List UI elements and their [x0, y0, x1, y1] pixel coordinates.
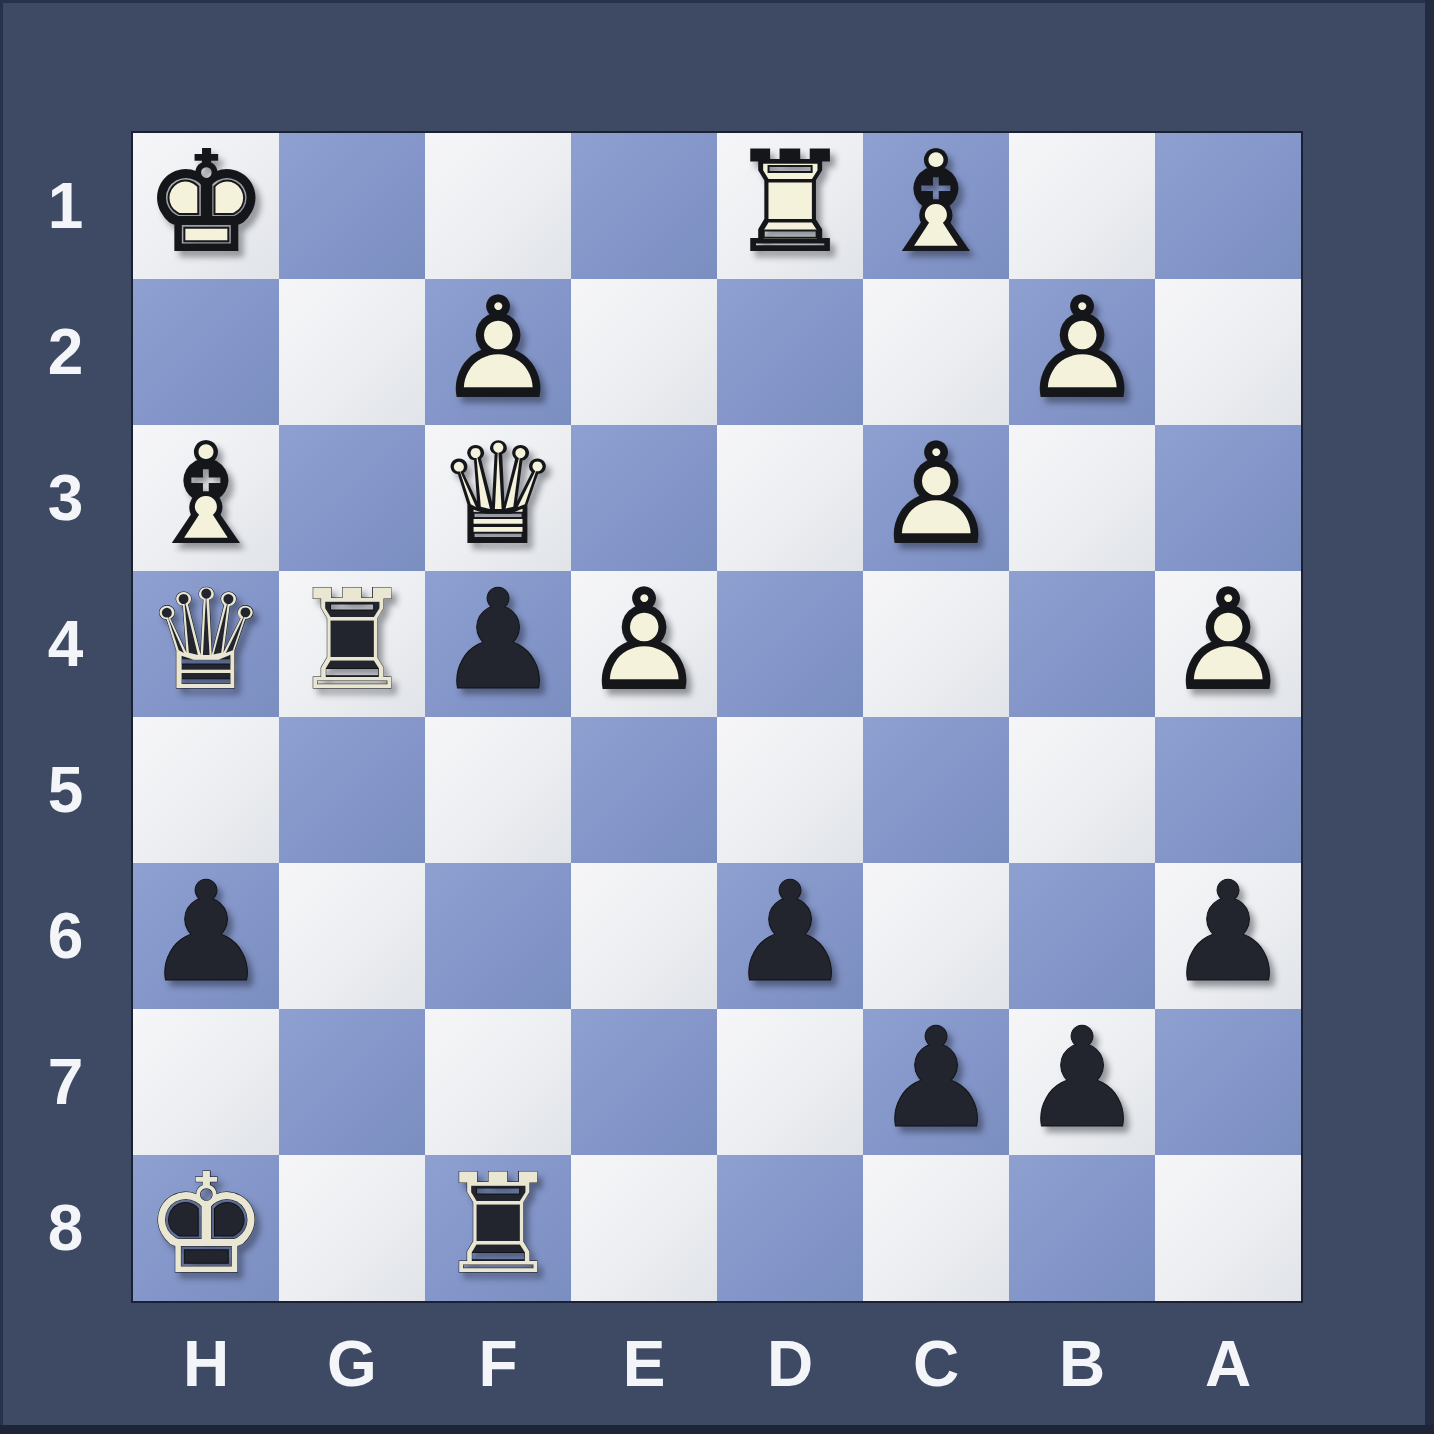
square-b6[interactable]: [1009, 863, 1155, 1009]
square-f8[interactable]: ♜♖: [425, 1155, 571, 1301]
square-d6[interactable]: ♟: [717, 863, 863, 1009]
square-e4[interactable]: ♟♙: [571, 571, 717, 717]
black-queen: ♛♕: [133, 571, 279, 717]
square-c4[interactable]: [863, 571, 1009, 717]
square-e8[interactable]: [571, 1155, 717, 1301]
frame-border-bottom: [0, 1425, 1434, 1434]
black-rook: ♜♖: [425, 1155, 571, 1301]
square-c8[interactable]: [863, 1155, 1009, 1301]
square-b8[interactable]: [1009, 1155, 1155, 1301]
square-c1[interactable]: ♝♗: [863, 133, 1009, 279]
square-e3[interactable]: [571, 425, 717, 571]
rank-label-8: 8: [0, 1155, 131, 1301]
rank-label-2: 2: [0, 279, 131, 425]
square-g8[interactable]: [279, 1155, 425, 1301]
square-f7[interactable]: [425, 1009, 571, 1155]
white-rook: ♜♖: [717, 133, 863, 279]
square-a1[interactable]: [1155, 133, 1301, 279]
square-d2[interactable]: [717, 279, 863, 425]
square-h7[interactable]: [133, 1009, 279, 1155]
square-c7[interactable]: ♟: [863, 1009, 1009, 1155]
rank-label-3: 3: [0, 425, 131, 571]
square-h2[interactable]: [133, 279, 279, 425]
white-pawn: ♟♙: [571, 571, 717, 717]
file-label-E: E: [571, 1303, 717, 1425]
file-label-H: H: [133, 1303, 279, 1425]
white-pawn: ♟♙: [425, 279, 571, 425]
square-f3[interactable]: ♛♕: [425, 425, 571, 571]
rank-label-4: 4: [0, 571, 131, 717]
black-pawn: ♟: [717, 863, 863, 1009]
square-b7[interactable]: ♟: [1009, 1009, 1155, 1155]
square-c3[interactable]: ♟♙: [863, 425, 1009, 571]
square-d5[interactable]: [717, 717, 863, 863]
square-c2[interactable]: [863, 279, 1009, 425]
white-pawn: ♟♙: [1009, 279, 1155, 425]
file-label-B: B: [1009, 1303, 1155, 1425]
square-e1[interactable]: [571, 133, 717, 279]
file-label-D: D: [717, 1303, 863, 1425]
square-c6[interactable]: [863, 863, 1009, 1009]
black-king: ♚♔: [133, 1155, 279, 1301]
chess-board: ♚♔♜♖♝♗♟♙♟♙♝♗♛♕♟♙♛♕♜♖♟♟♙♟♙♟♟♟♟♟♚♔♜♖: [131, 131, 1303, 1303]
white-queen: ♛♕: [425, 425, 571, 571]
square-g7[interactable]: [279, 1009, 425, 1155]
square-a7[interactable]: [1155, 1009, 1301, 1155]
square-e6[interactable]: [571, 863, 717, 1009]
chess-diagram: ♚♔♜♖♝♗♟♙♟♙♝♗♛♕♟♙♛♕♜♖♟♟♙♟♙♟♟♟♟♟♚♔♜♖ 12345…: [0, 0, 1434, 1434]
file-label-G: G: [279, 1303, 425, 1425]
square-e2[interactable]: [571, 279, 717, 425]
square-h6[interactable]: ♟: [133, 863, 279, 1009]
square-e7[interactable]: [571, 1009, 717, 1155]
square-h1[interactable]: ♚♔: [133, 133, 279, 279]
square-a4[interactable]: ♟♙: [1155, 571, 1301, 717]
square-b5[interactable]: [1009, 717, 1155, 863]
square-g1[interactable]: [279, 133, 425, 279]
square-f6[interactable]: [425, 863, 571, 1009]
white-bishop: ♝♗: [133, 425, 279, 571]
square-b1[interactable]: [1009, 133, 1155, 279]
white-king: ♚♔: [133, 133, 279, 279]
square-a2[interactable]: [1155, 279, 1301, 425]
black-rook: ♜♖: [279, 571, 425, 717]
square-b4[interactable]: [1009, 571, 1155, 717]
rank-label-7: 7: [0, 1009, 131, 1155]
white-pawn: ♟♙: [1155, 571, 1301, 717]
black-pawn: ♟: [1155, 863, 1301, 1009]
frame-border-left: [0, 0, 3, 1434]
square-c5[interactable]: [863, 717, 1009, 863]
black-pawn: ♟: [133, 863, 279, 1009]
black-pawn: ♟: [1009, 1009, 1155, 1155]
black-pawn: ♟: [863, 1009, 1009, 1155]
square-d1[interactable]: ♜♖: [717, 133, 863, 279]
square-h8[interactable]: ♚♔: [133, 1155, 279, 1301]
file-label-A: A: [1155, 1303, 1301, 1425]
square-d3[interactable]: [717, 425, 863, 571]
square-b2[interactable]: ♟♙: [1009, 279, 1155, 425]
square-h3[interactable]: ♝♗: [133, 425, 279, 571]
square-e5[interactable]: [571, 717, 717, 863]
square-f4[interactable]: ♟: [425, 571, 571, 717]
square-a8[interactable]: [1155, 1155, 1301, 1301]
square-g4[interactable]: ♜♖: [279, 571, 425, 717]
white-pawn: ♟♙: [863, 425, 1009, 571]
square-f2[interactable]: ♟♙: [425, 279, 571, 425]
square-d8[interactable]: [717, 1155, 863, 1301]
square-a3[interactable]: [1155, 425, 1301, 571]
rank-label-6: 6: [0, 863, 131, 1009]
square-h4[interactable]: ♛♕: [133, 571, 279, 717]
square-f5[interactable]: [425, 717, 571, 863]
square-g5[interactable]: [279, 717, 425, 863]
black-pawn: ♟: [425, 571, 571, 717]
square-d4[interactable]: [717, 571, 863, 717]
square-a6[interactable]: ♟: [1155, 863, 1301, 1009]
frame-border-right: [1425, 0, 1434, 1434]
frame-border-top: [0, 0, 1434, 3]
square-g3[interactable]: [279, 425, 425, 571]
file-label-F: F: [425, 1303, 571, 1425]
square-h5[interactable]: [133, 717, 279, 863]
square-f1[interactable]: [425, 133, 571, 279]
rank-label-5: 5: [0, 717, 131, 863]
square-a5[interactable]: [1155, 717, 1301, 863]
square-g2[interactable]: [279, 279, 425, 425]
white-bishop: ♝♗: [863, 133, 1009, 279]
square-g6[interactable]: [279, 863, 425, 1009]
square-b3[interactable]: [1009, 425, 1155, 571]
file-label-C: C: [863, 1303, 1009, 1425]
square-d7[interactable]: [717, 1009, 863, 1155]
rank-label-1: 1: [0, 133, 131, 279]
